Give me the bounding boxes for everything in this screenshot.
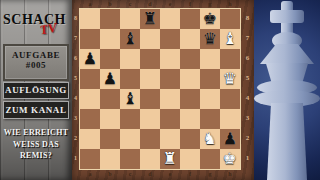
coord-label: h <box>220 169 240 180</box>
chess-piece-black-bishop: ♝ <box>120 89 140 109</box>
square-c4: ♝ <box>120 89 140 109</box>
square-g4 <box>200 89 220 109</box>
chess-board-frame: abcdefgh abcdefgh 87654321 87654321 ♜♚♝♛… <box>72 0 254 180</box>
square-h2: ♟ <box>220 129 240 149</box>
square-f5 <box>180 69 200 89</box>
coord-label: a <box>80 169 100 180</box>
square-a5 <box>80 69 100 89</box>
square-b3 <box>100 109 120 129</box>
file-labels-top: abcdefgh <box>80 0 240 8</box>
coord-label: g <box>200 0 220 8</box>
square-e2 <box>160 129 180 149</box>
coord-label: 2 <box>72 128 79 148</box>
square-g7: ♛ <box>200 29 220 49</box>
square-a8 <box>80 9 100 29</box>
coord-label: e <box>160 0 180 8</box>
square-a1 <box>80 149 100 169</box>
question-line: WIE ERREICHT <box>1 127 71 139</box>
square-b2 <box>100 129 120 149</box>
coord-label: 3 <box>241 108 254 128</box>
rank-labels-right: 87654321 <box>241 8 254 168</box>
coord-label: c <box>120 0 140 8</box>
square-b1 <box>100 149 120 169</box>
coord-label: b <box>100 0 120 8</box>
chess-piece-white-knight: ♞ <box>200 129 220 149</box>
chess-piece-black-pawn: ♟ <box>220 129 240 149</box>
video-frame: SCHACH TV AUFGABE #005 AUFLÖSUNG ZUM KAN… <box>0 0 320 180</box>
king-stem <box>267 103 307 180</box>
question-line: REMIS? <box>1 150 71 162</box>
coord-label: 3 <box>72 108 79 128</box>
coord-label: 8 <box>241 8 254 28</box>
coord-label: f <box>180 169 200 180</box>
square-b6 <box>100 49 120 69</box>
coord-label: 5 <box>241 68 254 88</box>
square-e7 <box>160 29 180 49</box>
square-g1 <box>200 149 220 169</box>
chess-piece-black-queen: ♛ <box>200 29 220 49</box>
square-b5: ♟ <box>100 69 120 89</box>
coord-label: 5 <box>72 68 79 88</box>
coord-label: d <box>140 0 160 8</box>
coord-label: 1 <box>241 148 254 168</box>
square-d3 <box>140 109 160 129</box>
square-a7 <box>80 29 100 49</box>
square-h3 <box>220 109 240 129</box>
king-cross-icon <box>270 10 304 23</box>
coord-label: d <box>140 169 160 180</box>
square-c7: ♝ <box>120 29 140 49</box>
square-a6: ♟ <box>80 49 100 69</box>
coord-label: 7 <box>72 28 79 48</box>
square-c8 <box>120 9 140 29</box>
coord-label: 4 <box>72 88 79 108</box>
square-c2 <box>120 129 140 149</box>
square-d2 <box>140 129 160 149</box>
square-b7 <box>100 29 120 49</box>
chess-piece-black-bishop: ♝ <box>120 29 140 49</box>
coord-label: g <box>200 169 220 180</box>
chess-piece-white-queen: ♛ <box>220 69 240 89</box>
logo-tv-badge: TV <box>39 20 58 39</box>
square-f7 <box>180 29 200 49</box>
puzzle-question: WIE ERREICHT WEISS DAS REMIS? <box>1 127 71 162</box>
question-line: WEISS DAS <box>1 139 71 151</box>
coord-label: e <box>160 169 180 180</box>
square-h7: ♝ <box>220 29 240 49</box>
chess-piece-black-rook: ♜ <box>140 9 160 29</box>
square-d8: ♜ <box>140 9 160 29</box>
square-b4 <box>100 89 120 109</box>
square-h8 <box>220 9 240 29</box>
square-g2: ♞ <box>200 129 220 149</box>
square-b8 <box>100 9 120 29</box>
coord-label: 4 <box>241 88 254 108</box>
king-crown <box>260 44 314 64</box>
rank-labels-left: 87654321 <box>72 8 79 168</box>
square-d7 <box>140 29 160 49</box>
square-f3 <box>180 109 200 129</box>
coord-label: 1 <box>72 148 79 168</box>
coord-label: f <box>180 0 200 8</box>
coord-label: 6 <box>241 48 254 68</box>
coord-label: h <box>220 0 240 8</box>
square-a2 <box>80 129 100 149</box>
task-number: #005 <box>5 60 67 70</box>
chess-piece-black-king: ♚ <box>200 9 220 29</box>
chess-piece-white-king: ♚ <box>220 149 240 169</box>
chess-board: ♜♚♝♛♝♟♟♛♝♞♟♜♚ <box>79 8 241 170</box>
coord-label: c <box>120 169 140 180</box>
square-e5 <box>160 69 180 89</box>
background-panel <box>254 0 320 180</box>
task-label: AUFGABE <box>5 50 67 60</box>
coord-label: b <box>100 169 120 180</box>
channel-logo: SCHACH TV <box>3 10 71 40</box>
square-e8 <box>160 9 180 29</box>
square-a4 <box>80 89 100 109</box>
square-e3 <box>160 109 180 129</box>
square-f8 <box>180 9 200 29</box>
square-f6 <box>180 49 200 69</box>
chess-piece-white-bishop: ♝ <box>220 29 240 49</box>
square-h1: ♚ <box>220 149 240 169</box>
sidebar: SCHACH TV AUFGABE #005 AUFLÖSUNG ZUM KAN… <box>0 0 72 180</box>
square-a3 <box>80 109 100 129</box>
square-c1 <box>120 149 140 169</box>
square-c3 <box>120 109 140 129</box>
coord-label: a <box>80 0 100 8</box>
square-f4 <box>180 89 200 109</box>
square-f1 <box>180 149 200 169</box>
square-g3 <box>200 109 220 129</box>
square-e1: ♜ <box>160 149 180 169</box>
zum-kanal-button[interactable]: ZUM KANAL <box>3 101 69 119</box>
task-number-panel: AUFGABE #005 <box>3 44 69 81</box>
square-d6 <box>140 49 160 69</box>
square-f2 <box>180 129 200 149</box>
square-c6 <box>120 49 140 69</box>
square-g5 <box>200 69 220 89</box>
square-e6 <box>160 49 180 69</box>
square-e4 <box>160 89 180 109</box>
coord-label: 6 <box>72 48 79 68</box>
square-d5 <box>140 69 160 89</box>
coord-label: 2 <box>241 128 254 148</box>
square-h6 <box>220 49 240 69</box>
square-h4 <box>220 89 240 109</box>
aufloesung-button[interactable]: AUFLÖSUNG <box>3 82 69 99</box>
square-g8: ♚ <box>200 9 220 29</box>
chess-piece-black-pawn: ♟ <box>100 69 120 89</box>
square-c5 <box>120 69 140 89</box>
square-g6 <box>200 49 220 69</box>
coord-label: 7 <box>241 28 254 48</box>
decorative-king-graphic <box>254 0 320 180</box>
chess-piece-black-pawn: ♟ <box>80 49 100 69</box>
square-d4 <box>140 89 160 109</box>
square-d1 <box>140 149 160 169</box>
square-h5: ♛ <box>220 69 240 89</box>
chess-piece-white-rook: ♜ <box>160 149 180 169</box>
coord-label: 8 <box>72 8 79 28</box>
file-labels-bottom: abcdefgh <box>80 169 240 180</box>
